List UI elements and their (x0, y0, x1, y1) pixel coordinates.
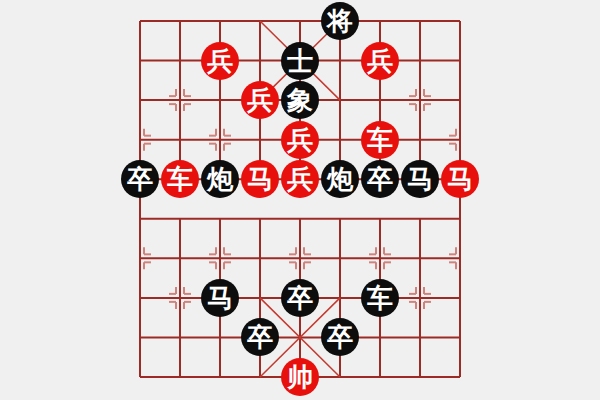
piece-red-马[interactable]: 马 (241, 160, 279, 198)
piece-black-炮[interactable]: 炮 (201, 160, 239, 198)
piece-red-兵[interactable]: 兵 (281, 160, 319, 198)
piece-black-卒[interactable]: 卒 (241, 318, 279, 356)
piece-red-车[interactable]: 车 (161, 160, 199, 198)
piece-black-卒[interactable]: 卒 (321, 318, 359, 356)
piece-black-马[interactable]: 马 (201, 279, 239, 317)
piece-red-车[interactable]: 车 (361, 121, 399, 159)
piece-black-士[interactable]: 士 (281, 42, 319, 80)
piece-black-卒[interactable]: 卒 (121, 160, 159, 198)
piece-black-马[interactable]: 马 (401, 160, 439, 198)
piece-red-兵[interactable]: 兵 (361, 42, 399, 80)
piece-red-帅[interactable]: 帅 (281, 358, 319, 396)
xiangqi-screenshot: 将兵士兵兵象兵车卒车炮马兵炮卒马马马卒车卒卒帅 (0, 0, 600, 400)
piece-red-兵[interactable]: 兵 (241, 81, 279, 119)
piece-black-卒[interactable]: 卒 (281, 279, 319, 317)
piece-black-卒[interactable]: 卒 (361, 160, 399, 198)
piece-red-马[interactable]: 马 (441, 160, 479, 198)
piece-red-兵[interactable]: 兵 (201, 42, 239, 80)
piece-black-车[interactable]: 车 (361, 279, 399, 317)
piece-black-将[interactable]: 将 (321, 2, 359, 40)
piece-black-象[interactable]: 象 (281, 81, 319, 119)
xiangqi-board[interactable]: 将兵士兵兵象兵车卒车炮马兵炮卒马马马卒车卒卒帅 (120, 1, 480, 397)
piece-red-兵[interactable]: 兵 (281, 121, 319, 159)
piece-black-炮[interactable]: 炮 (321, 160, 359, 198)
